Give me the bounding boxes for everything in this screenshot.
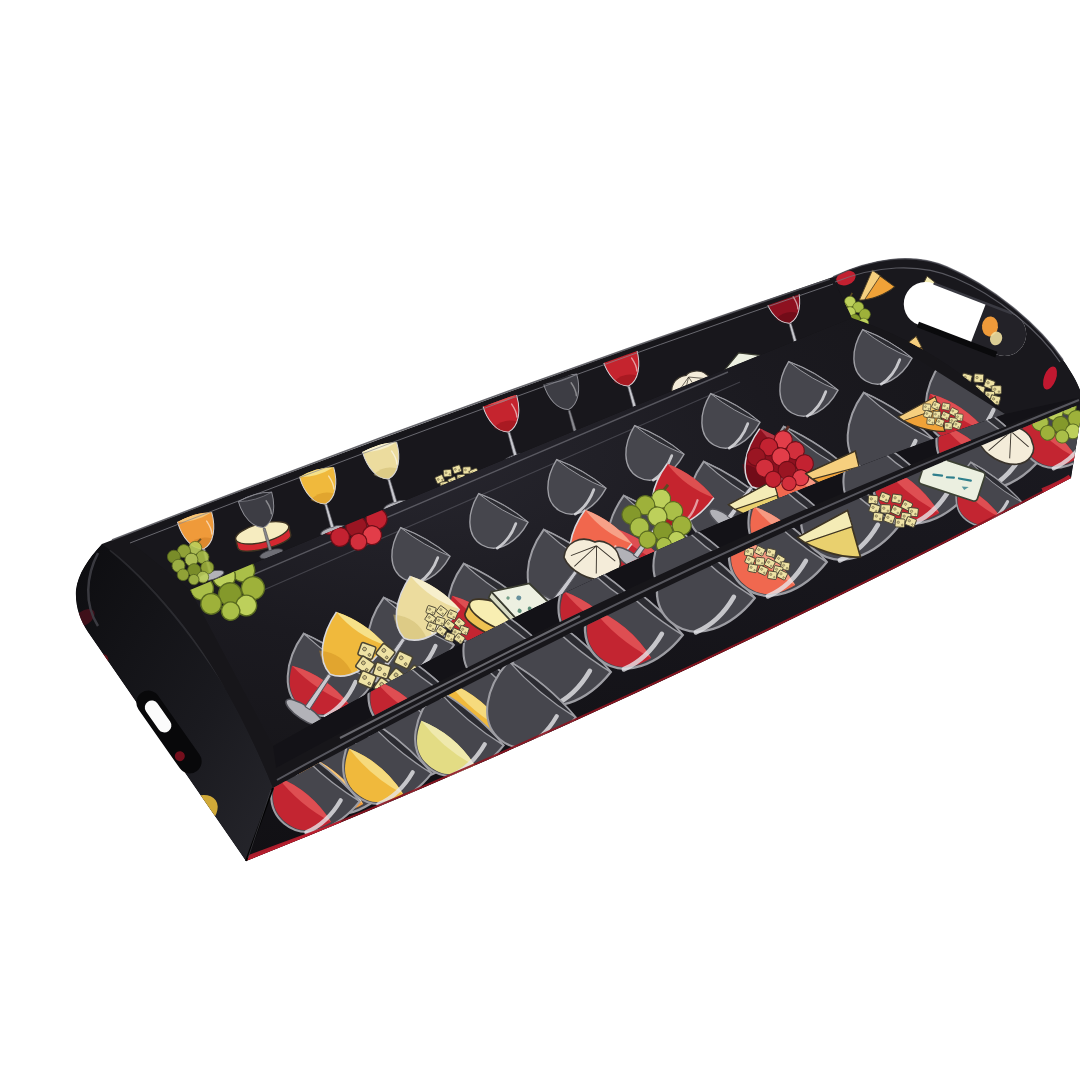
product-photo: Wine and Cheese Serving Tray bbox=[40, 16, 1080, 1080]
serving-tray bbox=[70, 259, 1080, 861]
serving-tray-illustration: Wine and Cheese Serving Tray bbox=[40, 16, 1080, 1080]
